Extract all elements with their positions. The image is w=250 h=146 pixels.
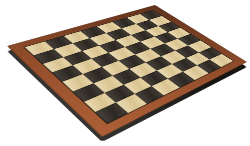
- chess-board: [7, 5, 247, 137]
- product-photo-background: [0, 0, 250, 146]
- playing-field: [23, 10, 234, 124]
